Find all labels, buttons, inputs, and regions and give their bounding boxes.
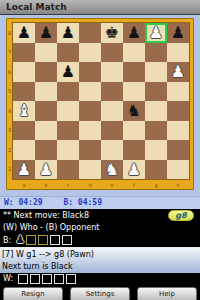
file-label-g: g: [145, 182, 167, 188]
file-label-e: e: [101, 182, 123, 188]
file-label-b: b: [35, 182, 57, 188]
rank-label-5: 5: [8, 82, 11, 102]
square-d7[interactable]: [79, 43, 101, 63]
square-e1[interactable]: ♞: [101, 160, 123, 180]
move-info-line2: Next turn is Black: [2, 261, 200, 273]
square-g1[interactable]: [145, 160, 167, 180]
square-b7[interactable]: [35, 43, 57, 63]
black-pawn-h8: ♟: [171, 23, 185, 42]
white-pawn-a1: ♟: [17, 160, 31, 179]
black-knight-f4: ♞: [127, 101, 141, 120]
square-d2[interactable]: [79, 140, 101, 160]
black-pawn-f8: ♟: [127, 23, 141, 42]
white-pawn-b1: ♟: [39, 160, 53, 179]
black-pawn-b8: ♟: [39, 23, 53, 42]
settings-button[interactable]: Settings: [70, 287, 130, 300]
square-d4[interactable]: [79, 101, 101, 121]
black-clock: B: 04:59: [63, 198, 102, 207]
square-e7[interactable]: [101, 43, 123, 63]
tray-slot-2: [42, 274, 52, 284]
rank-label-3: 3: [8, 121, 11, 141]
square-b1[interactable]: ♟: [35, 160, 57, 180]
square-c5[interactable]: [57, 82, 79, 102]
black-time: 04:59: [78, 198, 102, 207]
square-g5[interactable]: [145, 82, 167, 102]
square-g4[interactable]: [145, 101, 167, 121]
square-g3[interactable]: [145, 121, 167, 141]
white-captured-tray: W:: [0, 273, 200, 286]
square-a8[interactable]: ♟: [13, 23, 35, 43]
square-d5[interactable]: [79, 82, 101, 102]
rank-label-8: 8: [8, 23, 11, 43]
rank-label-6: 6: [8, 62, 11, 82]
square-d8[interactable]: [79, 23, 101, 43]
square-f4[interactable]: ♞: [123, 101, 145, 121]
square-e4[interactable]: [101, 101, 123, 121]
square-g7[interactable]: [145, 43, 167, 63]
white-pawn-g8: ♟: [149, 23, 163, 42]
square-a4[interactable]: ♝: [13, 101, 35, 121]
black-pawn-c8: ♟: [61, 23, 75, 42]
white-clock: W: 04:29: [4, 198, 43, 207]
title-bar: Local Match: [0, 0, 200, 15]
captured-pawn-icon: ♟: [15, 233, 25, 246]
square-h2[interactable]: [167, 140, 189, 160]
square-h1[interactable]: [167, 160, 189, 180]
file-label-d: d: [79, 182, 101, 188]
tray-slot-2: [50, 235, 60, 245]
black-tray-label: B:: [3, 236, 11, 245]
rank-label-1: 1: [8, 160, 11, 180]
tray-slot-1: [30, 274, 40, 284]
tray-slot-0: [18, 274, 28, 284]
square-a7[interactable]: [13, 43, 35, 63]
square-a1[interactable]: ♟: [13, 160, 35, 180]
rank-label-2: 2: [8, 140, 11, 160]
square-b3[interactable]: [35, 121, 57, 141]
square-c8[interactable]: ♟: [57, 23, 79, 43]
square-d3[interactable]: [79, 121, 101, 141]
black-captured-tray: B:♟: [0, 234, 200, 247]
square-c6[interactable]: ♟: [57, 62, 79, 82]
tray-slot-1: [38, 235, 48, 245]
black-pawn-c6: ♟: [61, 62, 75, 81]
black-pawn-a8: ♟: [17, 23, 31, 42]
move-info-panel[interactable]: [7] W g1 --> g8 (Pawn) Next turn is Blac…: [0, 247, 200, 273]
board-grid[interactable]: ♟♟♟♚♟♟♟♟♟♝♞♟♟♞♟: [12, 22, 190, 180]
tray-slot-4: [66, 274, 76, 284]
square-h7[interactable]: [167, 43, 189, 63]
file-labels: abcdefgh: [13, 182, 189, 188]
players-row: (W) Who - (B) Opponent: [0, 222, 200, 234]
square-f6[interactable]: [123, 62, 145, 82]
resign-button[interactable]: Resign: [3, 287, 63, 300]
button-row: Resign Settings Help: [0, 286, 200, 300]
tray-slot-3: [62, 235, 72, 245]
file-label-f: f: [123, 182, 145, 188]
square-c4[interactable]: [57, 101, 79, 121]
board-frame: 87654321 ♟♟♟♚♟♟♟♟♟♝♞♟♟♞♟ abcdefgh: [6, 18, 194, 190]
file-label-c: c: [57, 182, 79, 188]
tray-slot-3: [54, 274, 64, 284]
square-e2[interactable]: [101, 140, 123, 160]
square-f8[interactable]: ♟: [123, 23, 145, 43]
square-f1[interactable]: ♟: [123, 160, 145, 180]
square-b5[interactable]: [35, 82, 57, 102]
square-a6[interactable]: [13, 62, 35, 82]
file-label-a: a: [13, 182, 35, 188]
square-e3[interactable]: [101, 121, 123, 141]
square-f5[interactable]: [123, 82, 145, 102]
square-b2[interactable]: [35, 140, 57, 160]
white-pawn-h6: ♟: [171, 62, 185, 81]
white-bishop-a4: ♝: [17, 101, 31, 120]
tray-slot-0: [26, 235, 36, 245]
square-h8[interactable]: ♟: [167, 23, 189, 43]
square-h3[interactable]: [167, 121, 189, 141]
black-king-e8: ♚: [105, 23, 119, 42]
square-b6[interactable]: [35, 62, 57, 82]
square-b8[interactable]: ♟: [35, 23, 57, 43]
square-h4[interactable]: [167, 101, 189, 121]
file-label-h: h: [167, 182, 189, 188]
square-d6[interactable]: [79, 62, 101, 82]
white-time: 04:29: [18, 198, 42, 207]
square-a5[interactable]: [13, 82, 35, 102]
help-button[interactable]: Help: [137, 287, 197, 300]
white-pawn-f1: ♟: [127, 160, 141, 179]
board-section: 87654321 ♟♟♟♚♟♟♟♟♟♝♞♟♟♞♟ abcdefgh: [0, 15, 200, 196]
square-f2[interactable]: [123, 140, 145, 160]
square-d1[interactable]: [79, 160, 101, 180]
next-move-row: ** Next move: Black8 g8: [0, 209, 200, 222]
square-g6[interactable]: [145, 62, 167, 82]
square-c3[interactable]: [57, 121, 79, 141]
square-c1[interactable]: [57, 160, 79, 180]
move-info-line1: [7] W g1 --> g8 (Pawn): [2, 249, 200, 261]
rank-label-7: 7: [8, 43, 11, 63]
square-e5[interactable]: [101, 82, 123, 102]
square-f7[interactable]: [123, 43, 145, 63]
black-tray-items: ♟: [11, 236, 74, 245]
players-text: (W) Who - (B) Opponent: [3, 223, 99, 232]
white-knight-e1: ♞: [105, 160, 119, 179]
square-c2[interactable]: [57, 140, 79, 160]
rank-label-4: 4: [8, 101, 11, 121]
square-h6[interactable]: ♟: [167, 62, 189, 82]
square-g2[interactable]: [145, 140, 167, 160]
white-tray-items: [18, 274, 78, 283]
target-square-badge: g8: [168, 210, 194, 221]
square-c7[interactable]: [57, 43, 79, 63]
square-a3[interactable]: [13, 121, 35, 141]
square-e6[interactable]: [101, 62, 123, 82]
square-b4[interactable]: [35, 101, 57, 121]
square-g8[interactable]: ♟: [145, 23, 167, 43]
rank-labels: 87654321: [8, 23, 11, 179]
square-h5[interactable]: [167, 82, 189, 102]
next-move-text: ** Next move: Black8: [3, 211, 89, 220]
square-f3[interactable]: [123, 121, 145, 141]
clock-row: W: 04:29 B: 04:59: [0, 196, 200, 209]
square-e8[interactable]: ♚: [101, 23, 123, 43]
page-title: Local Match: [6, 2, 67, 12]
square-a2[interactable]: [13, 140, 35, 160]
white-tray-label: W:: [3, 274, 13, 283]
